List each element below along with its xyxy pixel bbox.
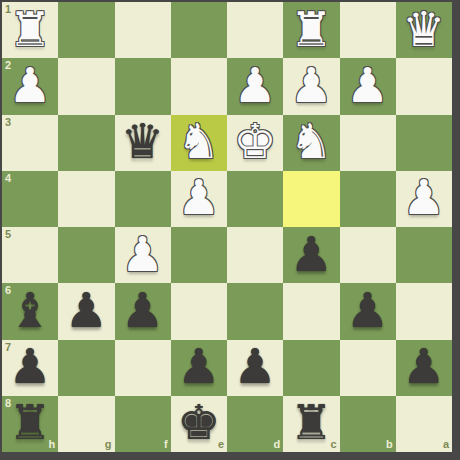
- white-pawn[interactable]: ♟: [340, 58, 396, 114]
- black-king[interactable]: ♚: [171, 396, 227, 452]
- square-c7[interactable]: [283, 340, 339, 396]
- file-label-f: f: [164, 439, 168, 450]
- square-d3[interactable]: ♚: [227, 115, 283, 171]
- white-pawn[interactable]: ♟: [115, 227, 171, 283]
- black-pawn[interactable]: ♟: [171, 340, 227, 396]
- square-h4[interactable]: 4: [2, 171, 58, 227]
- square-h6[interactable]: 6♝: [2, 283, 58, 339]
- white-pawn[interactable]: ♟: [2, 58, 58, 114]
- square-c1[interactable]: ♜: [283, 2, 339, 58]
- black-rook[interactable]: ♜: [283, 396, 339, 452]
- square-c4[interactable]: [283, 171, 339, 227]
- square-c5[interactable]: ♟: [283, 227, 339, 283]
- square-d2[interactable]: ♟: [227, 58, 283, 114]
- black-pawn[interactable]: ♟: [227, 340, 283, 396]
- square-c3[interactable]: ♞: [283, 115, 339, 171]
- square-b7[interactable]: [340, 340, 396, 396]
- square-b8[interactable]: b: [340, 396, 396, 452]
- square-d6[interactable]: [227, 283, 283, 339]
- square-b4[interactable]: [340, 171, 396, 227]
- square-a8[interactable]: a: [396, 396, 452, 452]
- file-label-g: g: [105, 439, 112, 450]
- rank-label-4: 4: [5, 173, 11, 184]
- square-g1[interactable]: [58, 2, 114, 58]
- square-a4[interactable]: ♟: [396, 171, 452, 227]
- square-b3[interactable]: [340, 115, 396, 171]
- white-queen[interactable]: ♛: [396, 2, 452, 58]
- white-rook[interactable]: ♜: [2, 2, 58, 58]
- white-king[interactable]: ♚: [227, 115, 283, 171]
- square-g7[interactable]: [58, 340, 114, 396]
- black-pawn[interactable]: ♟: [396, 340, 452, 396]
- square-e5[interactable]: [171, 227, 227, 283]
- square-d7[interactable]: ♟: [227, 340, 283, 396]
- square-a7[interactable]: ♟: [396, 340, 452, 396]
- square-h5[interactable]: 5: [2, 227, 58, 283]
- square-e6[interactable]: [171, 283, 227, 339]
- square-h3[interactable]: 3: [2, 115, 58, 171]
- square-e7[interactable]: ♟: [171, 340, 227, 396]
- white-knight[interactable]: ♞: [171, 115, 227, 171]
- square-h1[interactable]: 1♜: [2, 2, 58, 58]
- square-f6[interactable]: ♟: [115, 283, 171, 339]
- square-h2[interactable]: 2♟: [2, 58, 58, 114]
- square-g2[interactable]: [58, 58, 114, 114]
- square-e8[interactable]: e♚: [171, 396, 227, 452]
- square-d4[interactable]: [227, 171, 283, 227]
- white-pawn[interactable]: ♟: [227, 58, 283, 114]
- black-pawn[interactable]: ♟: [115, 283, 171, 339]
- square-f4[interactable]: [115, 171, 171, 227]
- rank-label-3: 3: [5, 117, 11, 128]
- square-a1[interactable]: ♛: [396, 2, 452, 58]
- white-pawn[interactable]: ♟: [283, 58, 339, 114]
- square-f2[interactable]: [115, 58, 171, 114]
- white-pawn[interactable]: ♟: [396, 171, 452, 227]
- black-queen[interactable]: ♛: [115, 115, 171, 171]
- chess-board: 1♜♜♛2♟♟♟♟3♛♞♚♞4♟♟5♟♟6♝♟♟♟7♟♟♟♟8h♜gfe♚dc♜…: [2, 2, 452, 452]
- square-c6[interactable]: [283, 283, 339, 339]
- square-c8[interactable]: c♜: [283, 396, 339, 452]
- square-c2[interactable]: ♟: [283, 58, 339, 114]
- square-e1[interactable]: [171, 2, 227, 58]
- square-a6[interactable]: [396, 283, 452, 339]
- square-g6[interactable]: ♟: [58, 283, 114, 339]
- square-f3[interactable]: ♛: [115, 115, 171, 171]
- white-pawn[interactable]: ♟: [171, 171, 227, 227]
- square-f1[interactable]: [115, 2, 171, 58]
- square-b5[interactable]: [340, 227, 396, 283]
- square-f5[interactable]: ♟: [115, 227, 171, 283]
- square-d5[interactable]: [227, 227, 283, 283]
- black-pawn[interactable]: ♟: [283, 227, 339, 283]
- square-e2[interactable]: [171, 58, 227, 114]
- square-h8[interactable]: 8h♜: [2, 396, 58, 452]
- square-g3[interactable]: [58, 115, 114, 171]
- square-e3[interactable]: ♞: [171, 115, 227, 171]
- square-d8[interactable]: d: [227, 396, 283, 452]
- square-a5[interactable]: [396, 227, 452, 283]
- square-b2[interactable]: ♟: [340, 58, 396, 114]
- square-g5[interactable]: [58, 227, 114, 283]
- black-rook[interactable]: ♜: [2, 396, 58, 452]
- square-b6[interactable]: ♟: [340, 283, 396, 339]
- square-d1[interactable]: [227, 2, 283, 58]
- square-h7[interactable]: 7♟: [2, 340, 58, 396]
- black-pawn[interactable]: ♟: [340, 283, 396, 339]
- square-f8[interactable]: f: [115, 396, 171, 452]
- rank-label-5: 5: [5, 229, 11, 240]
- square-a3[interactable]: [396, 115, 452, 171]
- black-pawn[interactable]: ♟: [2, 340, 58, 396]
- square-b1[interactable]: [340, 2, 396, 58]
- black-pawn[interactable]: ♟: [58, 283, 114, 339]
- square-f7[interactable]: [115, 340, 171, 396]
- square-a2[interactable]: [396, 58, 452, 114]
- chess-board-page: { "game": "chess", "position": { "fen": …: [0, 0, 460, 460]
- square-g8[interactable]: g: [58, 396, 114, 452]
- black-bishop[interactable]: ♝: [2, 283, 58, 339]
- file-label-b: b: [386, 439, 393, 450]
- square-e4[interactable]: ♟: [171, 171, 227, 227]
- file-label-d: d: [274, 439, 281, 450]
- white-rook[interactable]: ♜: [283, 2, 339, 58]
- file-label-a: a: [443, 439, 449, 450]
- white-knight[interactable]: ♞: [283, 115, 339, 171]
- square-g4[interactable]: [58, 171, 114, 227]
